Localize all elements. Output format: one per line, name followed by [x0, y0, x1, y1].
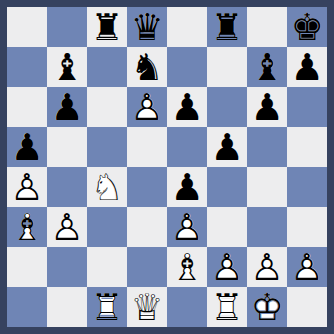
square-h8[interactable]: ♔♚	[287, 7, 327, 47]
square-g7[interactable]: ♗♝	[247, 47, 287, 87]
pawn-glyph-layer: ♟	[47, 207, 87, 247]
rook-glyph-layer: ♜	[207, 287, 247, 327]
square-g3[interactable]	[247, 207, 287, 247]
queen-glyph-layer: ♕	[127, 287, 167, 327]
square-f2[interactable]: ♟♙	[207, 247, 247, 287]
piece-white-bishop[interactable]: ♝♗	[167, 247, 207, 287]
piece-black-pawn[interactable]: ♙♟	[167, 87, 207, 127]
piece-white-bishop[interactable]: ♝♗	[7, 207, 47, 247]
square-a6[interactable]	[7, 87, 47, 127]
piece-black-bishop[interactable]: ♗♝	[47, 47, 87, 87]
square-e4[interactable]: ♙♟	[167, 167, 207, 207]
square-f5[interactable]: ♙♟	[207, 127, 247, 167]
square-b7[interactable]: ♗♝	[47, 47, 87, 87]
square-e7[interactable]	[167, 47, 207, 87]
piece-black-knight[interactable]: ♘♞	[127, 47, 167, 87]
pawn-glyph-layer: ♟	[247, 87, 287, 127]
pawn-glyph-layer: ♙	[167, 207, 207, 247]
square-f3[interactable]	[207, 207, 247, 247]
square-h1[interactable]	[287, 287, 327, 327]
pawn-glyph-layer: ♙	[47, 207, 87, 247]
piece-black-rook[interactable]: ♖♜	[207, 7, 247, 47]
square-f8[interactable]: ♖♜	[207, 7, 247, 47]
board-frame: ♖♜♕♛♖♜♔♚♗♝♘♞♗♝♙♟♙♟♟♙♙♟♙♟♙♟♙♟♟♙♞♘♙♟♝♗♟♙♟♙…	[0, 0, 334, 334]
bishop-glyph-layer: ♗	[47, 47, 87, 87]
knight-glyph-layer: ♘	[127, 47, 167, 87]
bishop-glyph-layer: ♗	[7, 207, 47, 247]
king-glyph-layer: ♔	[287, 7, 327, 47]
pawn-glyph-layer: ♙	[167, 87, 207, 127]
bishop-glyph-layer: ♝	[7, 207, 47, 247]
square-h7[interactable]: ♙♟	[287, 47, 327, 87]
rook-glyph-layer: ♜	[87, 7, 127, 47]
square-d6[interactable]: ♟♙	[127, 87, 167, 127]
pawn-glyph-layer: ♙	[287, 247, 327, 287]
square-h5[interactable]	[287, 127, 327, 167]
pawn-glyph-layer: ♟	[7, 127, 47, 167]
square-a7[interactable]	[7, 47, 47, 87]
pawn-glyph-layer: ♙	[247, 247, 287, 287]
square-b3[interactable]: ♟♙	[47, 207, 87, 247]
king-glyph-layer: ♔	[247, 287, 287, 327]
square-a1[interactable]	[7, 287, 47, 327]
piece-white-pawn[interactable]: ♟♙	[127, 87, 167, 127]
piece-black-pawn[interactable]: ♙♟	[247, 87, 287, 127]
pawn-glyph-layer: ♙	[247, 87, 287, 127]
square-c5[interactable]	[87, 127, 127, 167]
square-a8[interactable]	[7, 7, 47, 47]
pawn-glyph-layer: ♙	[7, 127, 47, 167]
rook-glyph-layer: ♜	[87, 287, 127, 327]
rook-glyph-layer: ♖	[207, 287, 247, 327]
piece-black-queen[interactable]: ♕♛	[127, 7, 167, 47]
square-b6[interactable]: ♙♟	[47, 87, 87, 127]
queen-glyph-layer: ♕	[127, 7, 167, 47]
square-c2[interactable]	[87, 247, 127, 287]
pawn-glyph-layer: ♟	[287, 247, 327, 287]
knight-glyph-layer: ♘	[87, 167, 127, 207]
pawn-glyph-layer: ♙	[47, 87, 87, 127]
piece-white-pawn[interactable]: ♟♙	[47, 207, 87, 247]
square-d7[interactable]: ♘♞	[127, 47, 167, 87]
square-c7[interactable]	[87, 47, 127, 87]
square-c4[interactable]: ♞♘	[87, 167, 127, 207]
pawn-glyph-layer: ♟	[167, 87, 207, 127]
piece-black-pawn[interactable]: ♙♟	[207, 127, 247, 167]
square-e8[interactable]	[167, 7, 207, 47]
queen-glyph-layer: ♛	[127, 287, 167, 327]
square-a3[interactable]: ♝♗	[7, 207, 47, 247]
knight-glyph-layer: ♞	[87, 167, 127, 207]
pawn-glyph-layer: ♙	[127, 87, 167, 127]
piece-black-pawn[interactable]: ♙♟	[47, 87, 87, 127]
piece-white-pawn[interactable]: ♟♙	[207, 247, 247, 287]
piece-black-king[interactable]: ♔♚	[287, 7, 327, 47]
bishop-glyph-layer: ♝	[167, 247, 207, 287]
piece-black-pawn[interactable]: ♙♟	[7, 127, 47, 167]
pawn-glyph-layer: ♟	[207, 127, 247, 167]
bishop-glyph-layer: ♝	[47, 47, 87, 87]
pawn-glyph-layer: ♙	[167, 167, 207, 207]
king-glyph-layer: ♚	[287, 7, 327, 47]
square-b4[interactable]	[47, 167, 87, 207]
piece-white-knight[interactable]: ♞♘	[87, 167, 127, 207]
pawn-glyph-layer: ♟	[167, 207, 207, 247]
square-e6[interactable]: ♙♟	[167, 87, 207, 127]
bishop-glyph-layer: ♗	[167, 247, 207, 287]
square-g5[interactable]	[247, 127, 287, 167]
piece-white-rook[interactable]: ♜♖	[207, 287, 247, 327]
square-e1[interactable]	[167, 287, 207, 327]
square-d8[interactable]: ♕♛	[127, 7, 167, 47]
square-d1[interactable]: ♛♕	[127, 287, 167, 327]
pawn-glyph-layer: ♙	[207, 127, 247, 167]
piece-white-queen[interactable]: ♛♕	[127, 287, 167, 327]
square-c3[interactable]	[87, 207, 127, 247]
piece-white-pawn[interactable]: ♟♙	[167, 207, 207, 247]
square-d2[interactable]	[127, 247, 167, 287]
piece-white-pawn[interactable]: ♟♙	[247, 247, 287, 287]
rook-glyph-layer: ♖	[87, 7, 127, 47]
knight-glyph-layer: ♞	[127, 47, 167, 87]
square-f7[interactable]	[207, 47, 247, 87]
pawn-glyph-layer: ♙	[287, 47, 327, 87]
square-b8[interactable]	[47, 7, 87, 47]
square-b5[interactable]	[47, 127, 87, 167]
square-d4[interactable]	[127, 167, 167, 207]
square-b2[interactable]	[47, 247, 87, 287]
square-f6[interactable]	[207, 87, 247, 127]
square-g6[interactable]: ♙♟	[247, 87, 287, 127]
pawn-glyph-layer: ♟	[247, 247, 287, 287]
rook-glyph-layer: ♜	[207, 7, 247, 47]
pawn-glyph-layer: ♙	[7, 167, 47, 207]
piece-white-rook[interactable]: ♜♖	[87, 287, 127, 327]
square-h3[interactable]	[287, 207, 327, 247]
pawn-glyph-layer: ♟	[207, 247, 247, 287]
piece-black-rook[interactable]: ♖♜	[87, 7, 127, 47]
rook-glyph-layer: ♖	[207, 7, 247, 47]
square-h6[interactable]	[287, 87, 327, 127]
square-d5[interactable]	[127, 127, 167, 167]
square-e3[interactable]: ♟♙	[167, 207, 207, 247]
square-h4[interactable]	[287, 167, 327, 207]
piece-black-pawn[interactable]: ♙♟	[287, 47, 327, 87]
piece-white-pawn[interactable]: ♟♙	[287, 247, 327, 287]
pawn-glyph-layer: ♟	[7, 167, 47, 207]
pawn-glyph-layer: ♟	[167, 167, 207, 207]
piece-white-pawn[interactable]: ♟♙	[7, 167, 47, 207]
square-e2[interactable]: ♝♗	[167, 247, 207, 287]
pawn-glyph-layer: ♙	[207, 247, 247, 287]
pawn-glyph-layer: ♟	[127, 87, 167, 127]
square-a4[interactable]: ♟♙	[7, 167, 47, 207]
king-glyph-layer: ♚	[247, 287, 287, 327]
square-b1[interactable]	[47, 287, 87, 327]
square-e5[interactable]	[167, 127, 207, 167]
square-g8[interactable]	[247, 7, 287, 47]
square-g2[interactable]: ♟♙	[247, 247, 287, 287]
piece-black-pawn[interactable]: ♙♟	[167, 167, 207, 207]
square-f1[interactable]: ♜♖	[207, 287, 247, 327]
piece-white-king[interactable]: ♚♔	[247, 287, 287, 327]
square-c8[interactable]: ♖♜	[87, 7, 127, 47]
square-c1[interactable]: ♜♖	[87, 287, 127, 327]
piece-black-bishop[interactable]: ♗♝	[247, 47, 287, 87]
square-g4[interactable]	[247, 167, 287, 207]
bishop-glyph-layer: ♗	[247, 47, 287, 87]
square-a2[interactable]	[7, 247, 47, 287]
queen-glyph-layer: ♛	[127, 7, 167, 47]
square-a5[interactable]: ♙♟	[7, 127, 47, 167]
square-g1[interactable]: ♚♔	[247, 287, 287, 327]
square-d3[interactable]	[127, 207, 167, 247]
square-h2[interactable]: ♟♙	[287, 247, 327, 287]
bishop-glyph-layer: ♝	[247, 47, 287, 87]
pawn-glyph-layer: ♟	[47, 87, 87, 127]
pawn-glyph-layer: ♟	[287, 47, 327, 87]
rook-glyph-layer: ♖	[87, 287, 127, 327]
square-f4[interactable]	[207, 167, 247, 207]
chess-board: ♖♜♕♛♖♜♔♚♗♝♘♞♗♝♙♟♙♟♟♙♙♟♙♟♙♟♙♟♟♙♞♘♙♟♝♗♟♙♟♙…	[7, 7, 327, 327]
square-c6[interactable]	[87, 87, 127, 127]
